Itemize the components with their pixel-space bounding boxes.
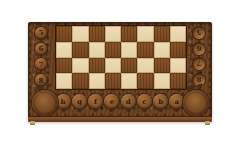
square-a8 [170, 73, 186, 89]
square-g8 [72, 73, 88, 89]
square-f6 [89, 42, 105, 58]
square-c6 [137, 42, 153, 58]
file-label-e: e [104, 94, 119, 109]
square-d5 [121, 26, 137, 42]
square-d6 [121, 42, 137, 58]
square-a6 [170, 42, 186, 58]
rank-label-7-left: 7 [35, 58, 47, 70]
rank-label-5-left: 5 [35, 27, 47, 39]
corner-rosette-right [183, 90, 209, 116]
square-f8 [89, 73, 105, 89]
rank-label-6-left: 6 [35, 43, 47, 55]
board-side-edge [28, 116, 212, 122]
square-h8 [56, 73, 72, 89]
chess-playfield [55, 25, 187, 90]
square-a7 [170, 58, 186, 74]
rank-label-6-right: 6 [193, 43, 205, 55]
square-b7 [154, 58, 170, 74]
corner-rosette-left [32, 90, 58, 116]
square-h6 [56, 42, 72, 58]
square-g5 [72, 26, 88, 42]
file-label-h: h [56, 94, 71, 109]
rank-label-7-right: 7 [193, 58, 205, 70]
square-g7 [72, 58, 88, 74]
square-d7 [121, 58, 137, 74]
board-foot-left [30, 121, 35, 125]
file-label-c: c [137, 94, 152, 109]
square-b5 [154, 26, 170, 42]
square-f5 [89, 26, 105, 42]
square-e8 [105, 73, 121, 89]
product-photo-scene: 5678 5678 hgfedcba [0, 0, 240, 150]
square-f7 [89, 58, 105, 74]
square-c7 [137, 58, 153, 74]
file-label-g: g [72, 94, 87, 109]
square-g6 [72, 42, 88, 58]
square-c5 [137, 26, 153, 42]
rank-label-5-right: 5 [193, 27, 205, 39]
square-c8 [137, 73, 153, 89]
chess-board: 5678 5678 hgfedcba [28, 22, 212, 122]
file-label-f: f [88, 94, 103, 109]
square-h7 [56, 58, 72, 74]
square-e7 [105, 58, 121, 74]
square-e5 [105, 26, 121, 42]
square-b8 [154, 73, 170, 89]
square-e6 [105, 42, 121, 58]
square-b6 [154, 42, 170, 58]
board-foot-right [205, 121, 210, 125]
file-label-d: d [121, 94, 136, 109]
square-h5 [56, 26, 72, 42]
file-label-b: b [153, 94, 168, 109]
square-a5 [170, 26, 186, 42]
square-d8 [121, 73, 137, 89]
